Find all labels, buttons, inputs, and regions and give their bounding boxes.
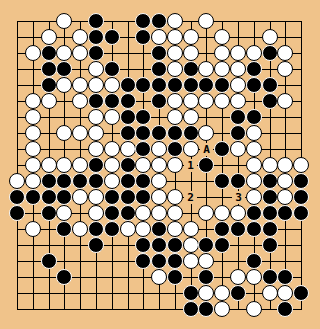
- black-stone[interactable]: [135, 189, 151, 205]
- white-stone[interactable]: [214, 285, 230, 301]
- black-stone[interactable]: [293, 205, 309, 221]
- white-stone[interactable]: [135, 157, 151, 173]
- white-stone[interactable]: [56, 13, 72, 29]
- white-stone[interactable]: [246, 157, 262, 173]
- black-stone[interactable]: [135, 29, 151, 45]
- white-stone[interactable]: [25, 157, 41, 173]
- white-stone[interactable]: [25, 93, 41, 109]
- white-stone[interactable]: [151, 189, 167, 205]
- black-stone[interactable]: [293, 189, 309, 205]
- white-stone[interactable]: [72, 29, 88, 45]
- white-stone[interactable]: [167, 61, 183, 77]
- black-stone[interactable]: [214, 237, 230, 253]
- white-stone[interactable]: [41, 93, 57, 109]
- white-stone[interactable]: [88, 77, 104, 93]
- white-stone[interactable]: [183, 45, 199, 61]
- black-stone[interactable]: [262, 189, 278, 205]
- black-stone[interactable]: [183, 301, 199, 317]
- white-stone[interactable]: [104, 157, 120, 173]
- black-stone[interactable]: [88, 173, 104, 189]
- white-stone[interactable]: [214, 301, 230, 317]
- white-stone[interactable]: [230, 45, 246, 61]
- black-stone[interactable]: [41, 173, 57, 189]
- white-stone[interactable]: [198, 205, 214, 221]
- black-stone[interactable]: [120, 109, 136, 125]
- black-stone[interactable]: [214, 141, 230, 157]
- black-stone[interactable]: [214, 173, 230, 189]
- white-stone[interactable]: [277, 173, 293, 189]
- black-stone[interactable]: [262, 221, 278, 237]
- white-stone[interactable]: [88, 109, 104, 125]
- black-stone[interactable]: [151, 125, 167, 141]
- white-stone[interactable]: [56, 125, 72, 141]
- white-stone[interactable]: [167, 205, 183, 221]
- white-stone[interactable]: [72, 125, 88, 141]
- white-stone[interactable]: [25, 141, 41, 157]
- black-stone[interactable]: [9, 189, 25, 205]
- white-stone[interactable]: [230, 77, 246, 93]
- white-stone[interactable]: [104, 141, 120, 157]
- go-board: A123: [0, 0, 320, 329]
- black-stone[interactable]: [88, 221, 104, 237]
- black-stone[interactable]: [262, 93, 278, 109]
- white-stone[interactable]: [183, 93, 199, 109]
- white-stone[interactable]: [104, 109, 120, 125]
- black-stone[interactable]: [104, 205, 120, 221]
- white-stone[interactable]: [230, 269, 246, 285]
- white-stone[interactable]: [25, 125, 41, 141]
- black-stone[interactable]: [198, 301, 214, 317]
- white-stone[interactable]: [277, 157, 293, 173]
- white-stone[interactable]: [151, 157, 167, 173]
- black-stone[interactable]: [56, 61, 72, 77]
- white-stone[interactable]: [167, 45, 183, 61]
- black-stone[interactable]: [262, 237, 278, 253]
- white-stone[interactable]: [120, 221, 136, 237]
- white-stone[interactable]: [151, 29, 167, 45]
- white-stone[interactable]: [246, 141, 262, 157]
- white-stone[interactable]: [167, 157, 183, 173]
- black-stone[interactable]: [151, 237, 167, 253]
- black-stone[interactable]: [9, 205, 25, 221]
- black-stone[interactable]: [167, 253, 183, 269]
- white-stone[interactable]: [214, 205, 230, 221]
- black-stone[interactable]: [230, 125, 246, 141]
- white-stone[interactable]: [230, 205, 246, 221]
- white-stone[interactable]: [167, 29, 183, 45]
- white-stone[interactable]: [88, 61, 104, 77]
- white-stone[interactable]: [198, 93, 214, 109]
- white-stone[interactable]: [56, 45, 72, 61]
- white-stone[interactable]: [88, 189, 104, 205]
- white-stone[interactable]: [25, 45, 41, 61]
- black-stone[interactable]: [293, 285, 309, 301]
- black-stone[interactable]: [151, 221, 167, 237]
- white-stone[interactable]: [246, 301, 262, 317]
- black-stone[interactable]: [262, 45, 278, 61]
- white-stone[interactable]: [135, 221, 151, 237]
- black-stone[interactable]: [183, 77, 199, 93]
- white-stone[interactable]: [88, 125, 104, 141]
- white-stone[interactable]: [277, 93, 293, 109]
- black-stone[interactable]: [88, 157, 104, 173]
- black-stone[interactable]: [135, 173, 151, 189]
- white-stone[interactable]: [230, 141, 246, 157]
- black-stone[interactable]: [230, 221, 246, 237]
- black-stone[interactable]: [262, 205, 278, 221]
- white-stone[interactable]: [198, 125, 214, 141]
- black-stone[interactable]: [151, 77, 167, 93]
- black-stone[interactable]: [88, 93, 104, 109]
- black-stone[interactable]: [151, 253, 167, 269]
- black-stone[interactable]: [104, 29, 120, 45]
- black-stone[interactable]: [135, 77, 151, 93]
- white-stone[interactable]: [167, 93, 183, 109]
- white-stone[interactable]: [277, 45, 293, 61]
- black-stone[interactable]: [41, 45, 57, 61]
- white-stone[interactable]: [167, 109, 183, 125]
- white-stone[interactable]: [198, 253, 214, 269]
- white-stone[interactable]: [167, 189, 183, 205]
- black-stone[interactable]: [198, 157, 214, 173]
- black-stone[interactable]: [120, 157, 136, 173]
- white-stone[interactable]: [277, 285, 293, 301]
- white-stone[interactable]: [25, 221, 41, 237]
- black-stone[interactable]: [135, 237, 151, 253]
- white-stone[interactable]: [277, 61, 293, 77]
- black-stone[interactable]: [151, 61, 167, 77]
- black-stone[interactable]: [293, 173, 309, 189]
- white-stone[interactable]: [135, 205, 151, 221]
- white-stone[interactable]: [262, 29, 278, 45]
- black-stone[interactable]: [41, 77, 57, 93]
- black-stone[interactable]: [230, 173, 246, 189]
- white-stone[interactable]: [246, 189, 262, 205]
- black-stone[interactable]: [104, 189, 120, 205]
- white-stone[interactable]: [198, 61, 214, 77]
- black-stone[interactable]: [262, 77, 278, 93]
- black-stone[interactable]: [56, 269, 72, 285]
- white-stone[interactable]: [72, 93, 88, 109]
- white-stone[interactable]: [72, 221, 88, 237]
- black-stone[interactable]: [56, 173, 72, 189]
- white-stone[interactable]: [9, 173, 25, 189]
- grid-line-horizontal: [17, 293, 302, 294]
- black-stone[interactable]: [88, 45, 104, 61]
- white-stone[interactable]: [246, 269, 262, 285]
- white-stone[interactable]: [151, 173, 167, 189]
- black-stone[interactable]: [246, 77, 262, 93]
- white-stone[interactable]: [198, 285, 214, 301]
- white-stone[interactable]: [230, 61, 246, 77]
- white-stone[interactable]: [246, 173, 262, 189]
- black-stone[interactable]: [230, 285, 246, 301]
- black-stone[interactable]: [41, 61, 57, 77]
- black-stone[interactable]: [135, 125, 151, 141]
- white-stone[interactable]: [293, 157, 309, 173]
- black-stone[interactable]: [198, 269, 214, 285]
- black-stone[interactable]: [41, 205, 57, 221]
- black-stone[interactable]: [56, 221, 72, 237]
- white-stone[interactable]: [214, 29, 230, 45]
- white-stone[interactable]: [262, 157, 278, 173]
- black-stone[interactable]: [120, 77, 136, 93]
- black-stone[interactable]: [120, 125, 136, 141]
- black-stone[interactable]: [246, 253, 262, 269]
- black-stone[interactable]: [262, 173, 278, 189]
- white-stone[interactable]: [167, 13, 183, 29]
- black-stone[interactable]: [198, 237, 214, 253]
- point-label-A: A: [200, 143, 213, 156]
- white-stone[interactable]: [183, 29, 199, 45]
- black-stone[interactable]: [25, 189, 41, 205]
- white-stone[interactable]: [120, 141, 136, 157]
- white-stone[interactable]: [183, 253, 199, 269]
- white-stone[interactable]: [25, 173, 41, 189]
- black-stone[interactable]: [167, 141, 183, 157]
- black-stone[interactable]: [277, 269, 293, 285]
- white-stone[interactable]: [72, 45, 88, 61]
- white-stone[interactable]: [214, 93, 230, 109]
- white-stone[interactable]: [56, 77, 72, 93]
- black-stone[interactable]: [246, 109, 262, 125]
- point-label-1: 1: [184, 159, 197, 172]
- black-stone[interactable]: [88, 237, 104, 253]
- white-stone[interactable]: [88, 141, 104, 157]
- white-stone[interactable]: [56, 157, 72, 173]
- black-stone[interactable]: [135, 253, 151, 269]
- white-stone[interactable]: [167, 221, 183, 237]
- black-stone[interactable]: [167, 269, 183, 285]
- black-stone[interactable]: [120, 205, 136, 221]
- black-stone[interactable]: [151, 93, 167, 109]
- white-stone[interactable]: [56, 205, 72, 221]
- white-stone[interactable]: [183, 221, 199, 237]
- black-stone[interactable]: [120, 173, 136, 189]
- black-stone[interactable]: [56, 189, 72, 205]
- black-stone[interactable]: [135, 13, 151, 29]
- white-stone[interactable]: [151, 269, 167, 285]
- black-stone[interactable]: [41, 253, 57, 269]
- black-stone[interactable]: [167, 77, 183, 93]
- black-stone[interactable]: [214, 221, 230, 237]
- white-stone[interactable]: [214, 61, 230, 77]
- white-stone[interactable]: [277, 189, 293, 205]
- white-stone[interactable]: [88, 205, 104, 221]
- white-stone[interactable]: [262, 285, 278, 301]
- white-stone[interactable]: [246, 125, 262, 141]
- white-stone[interactable]: [151, 141, 167, 157]
- white-stone[interactable]: [104, 77, 120, 93]
- black-stone[interactable]: [183, 285, 199, 301]
- black-stone[interactable]: [246, 221, 262, 237]
- black-stone[interactable]: [104, 61, 120, 77]
- white-stone[interactable]: [72, 157, 88, 173]
- black-stone[interactable]: [183, 61, 199, 77]
- black-stone[interactable]: [88, 13, 104, 29]
- white-stone[interactable]: [41, 29, 57, 45]
- white-stone[interactable]: [198, 13, 214, 29]
- black-stone[interactable]: [120, 189, 136, 205]
- white-stone[interactable]: [104, 173, 120, 189]
- black-stone[interactable]: [167, 125, 183, 141]
- black-stone[interactable]: [88, 29, 104, 45]
- black-stone[interactable]: [277, 205, 293, 221]
- white-stone[interactable]: [183, 141, 199, 157]
- white-stone[interactable]: [72, 77, 88, 93]
- black-stone[interactable]: [214, 77, 230, 93]
- white-stone[interactable]: [72, 189, 88, 205]
- black-stone[interactable]: [135, 141, 151, 157]
- black-stone[interactable]: [198, 77, 214, 93]
- black-stone[interactable]: [72, 173, 88, 189]
- white-stone[interactable]: [214, 45, 230, 61]
- black-stone[interactable]: [151, 45, 167, 61]
- white-stone[interactable]: [41, 157, 57, 173]
- white-stone[interactable]: [183, 237, 199, 253]
- white-stone[interactable]: [246, 45, 262, 61]
- point-label-3: 3: [232, 191, 245, 204]
- black-stone[interactable]: [246, 205, 262, 221]
- black-stone[interactable]: [120, 93, 136, 109]
- white-stone[interactable]: [183, 109, 199, 125]
- white-stone[interactable]: [151, 205, 167, 221]
- point-label-2: 2: [184, 191, 197, 204]
- black-stone[interactable]: [151, 13, 167, 29]
- black-stone[interactable]: [230, 109, 246, 125]
- black-stone[interactable]: [262, 269, 278, 285]
- black-stone[interactable]: [104, 221, 120, 237]
- black-stone[interactable]: [246, 61, 262, 77]
- white-stone[interactable]: [230, 93, 246, 109]
- black-stone[interactable]: [135, 109, 151, 125]
- black-stone[interactable]: [277, 301, 293, 317]
- black-stone[interactable]: [104, 93, 120, 109]
- black-stone[interactable]: [183, 125, 199, 141]
- white-stone[interactable]: [25, 109, 41, 125]
- black-stone[interactable]: [41, 189, 57, 205]
- black-stone[interactable]: [167, 237, 183, 253]
